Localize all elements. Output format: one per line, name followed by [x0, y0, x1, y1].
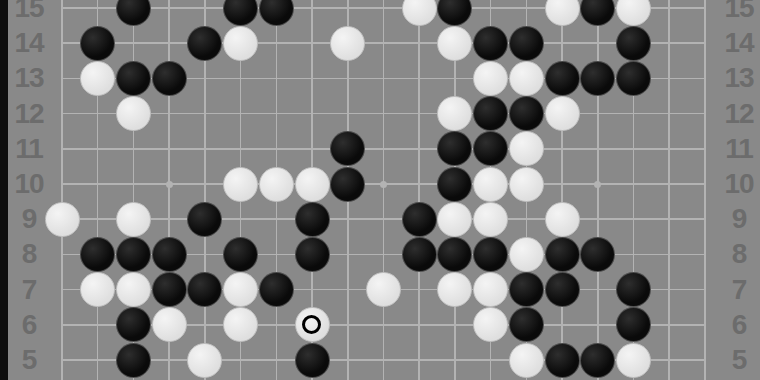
- stone-white-F6: [223, 307, 258, 342]
- stone-black-G15: [259, 0, 294, 26]
- stone-white-B13: [80, 61, 115, 96]
- stone-white-N6: [473, 307, 508, 342]
- grid-line-horizontal: [61, 42, 705, 44]
- stone-black-M11: [437, 131, 472, 166]
- stone-white-O8: [509, 237, 544, 272]
- stone-white-O11: [509, 131, 544, 166]
- row-label-right-15: 15: [718, 0, 760, 23]
- stone-black-F15: [223, 0, 258, 26]
- stone-black-H5: [295, 343, 330, 378]
- stone-black-D7: [152, 272, 187, 307]
- stone-black-N12: [473, 96, 508, 131]
- stone-black-O14: [509, 26, 544, 61]
- row-label-right-10: 10: [718, 169, 760, 199]
- grid-line-vertical: [418, 0, 420, 380]
- row-label-right-8: 8: [718, 239, 760, 269]
- row-label-right-7: 7: [718, 275, 760, 305]
- window-edge: [0, 0, 8, 380]
- row-label-left-8: 8: [8, 239, 50, 269]
- stone-black-R14: [616, 26, 651, 61]
- stone-white-M14: [437, 26, 472, 61]
- stone-black-C6: [116, 307, 151, 342]
- row-label-left-11: 11: [8, 134, 50, 164]
- stone-white-J14: [330, 26, 365, 61]
- stone-black-M10: [437, 167, 472, 202]
- stone-white-O13: [509, 61, 544, 96]
- grid-line-horizontal: [61, 148, 705, 150]
- row-label-right-5: 5: [718, 345, 760, 375]
- grid-line-vertical: [61, 0, 63, 380]
- stone-white-F7: [223, 272, 258, 307]
- stone-white-M7: [437, 272, 472, 307]
- stone-black-F8: [223, 237, 258, 272]
- app-window: 1515141413131212111110109988776655: [0, 0, 760, 380]
- stone-black-C8: [116, 237, 151, 272]
- stone-white-O10: [509, 167, 544, 202]
- row-label-right-13: 13: [718, 63, 760, 93]
- stone-white-C9: [116, 202, 151, 237]
- stone-white-P9: [545, 202, 580, 237]
- stone-black-P13: [545, 61, 580, 96]
- stone-black-G7: [259, 272, 294, 307]
- grid-line-vertical: [668, 0, 670, 380]
- stone-black-N8: [473, 237, 508, 272]
- stone-black-D13: [152, 61, 187, 96]
- stone-white-M9: [437, 202, 472, 237]
- grid-line-vertical: [383, 0, 385, 380]
- stone-white-L15: [402, 0, 437, 26]
- stone-black-H9: [295, 202, 330, 237]
- stone-black-C13: [116, 61, 151, 96]
- stone-white-N9: [473, 202, 508, 237]
- stone-black-R7: [616, 272, 651, 307]
- stone-black-Q5: [580, 343, 615, 378]
- stone-white-K7: [366, 272, 401, 307]
- stone-white-G10: [259, 167, 294, 202]
- row-label-left-9: 9: [8, 204, 50, 234]
- stone-white-H10: [295, 167, 330, 202]
- stone-black-B14: [80, 26, 115, 61]
- row-label-right-14: 14: [718, 28, 760, 58]
- row-label-left-6: 6: [8, 310, 50, 340]
- row-label-left-14: 14: [8, 28, 50, 58]
- stone-white-P12: [545, 96, 580, 131]
- grid-line-vertical: [704, 0, 706, 380]
- stone-black-C5: [116, 343, 151, 378]
- stone-black-D8: [152, 237, 187, 272]
- stone-black-B8: [80, 237, 115, 272]
- row-label-left-13: 13: [8, 63, 50, 93]
- grid-line-vertical: [597, 0, 599, 380]
- stone-black-Q8: [580, 237, 615, 272]
- stone-black-N11: [473, 131, 508, 166]
- grid-line-vertical: [561, 0, 563, 380]
- row-label-left-15: 15: [8, 0, 50, 23]
- stone-black-P7: [545, 272, 580, 307]
- row-label-right-12: 12: [718, 99, 760, 129]
- stone-white-P15: [545, 0, 580, 26]
- row-label-right-9: 9: [718, 204, 760, 234]
- stone-black-M8: [437, 237, 472, 272]
- stone-black-C15: [116, 0, 151, 26]
- grid-line-horizontal: [61, 113, 705, 115]
- stone-black-M15: [437, 0, 472, 26]
- stone-black-L9: [402, 202, 437, 237]
- stone-black-P5: [545, 343, 580, 378]
- row-label-left-12: 12: [8, 99, 50, 129]
- stone-white-M12: [437, 96, 472, 131]
- stone-black-J11: [330, 131, 365, 166]
- stone-black-J10: [330, 167, 365, 202]
- row-label-right-6: 6: [718, 310, 760, 340]
- last-move-circle-marker: [302, 315, 321, 334]
- stone-white-C7: [116, 272, 151, 307]
- stone-black-E9: [187, 202, 222, 237]
- stone-black-E14: [187, 26, 222, 61]
- stone-white-F14: [223, 26, 258, 61]
- stone-white-B7: [80, 272, 115, 307]
- stone-white-R5: [616, 343, 651, 378]
- stone-white-N10: [473, 167, 508, 202]
- stone-white-A9: [45, 202, 80, 237]
- stone-black-P8: [545, 237, 580, 272]
- stone-black-O6: [509, 307, 544, 342]
- stone-white-N13: [473, 61, 508, 96]
- stone-black-R13: [616, 61, 651, 96]
- stone-white-H6: [295, 307, 330, 342]
- stone-white-F10: [223, 167, 258, 202]
- stone-black-Q13: [580, 61, 615, 96]
- star-point: [594, 181, 601, 188]
- stone-black-Q15: [580, 0, 615, 26]
- row-label-right-11: 11: [718, 134, 760, 164]
- row-label-left-5: 5: [8, 345, 50, 375]
- stone-black-N14: [473, 26, 508, 61]
- row-label-left-7: 7: [8, 275, 50, 305]
- stone-black-L8: [402, 237, 437, 272]
- star-point: [166, 181, 173, 188]
- grid-line-horizontal: [61, 218, 705, 220]
- stone-black-E7: [187, 272, 222, 307]
- stone-white-D6: [152, 307, 187, 342]
- stone-black-H8: [295, 237, 330, 272]
- stone-white-R15: [616, 0, 651, 26]
- row-label-left-10: 10: [8, 169, 50, 199]
- stone-white-C12: [116, 96, 151, 131]
- star-point: [380, 181, 387, 188]
- stone-black-O12: [509, 96, 544, 131]
- stone-white-N7: [473, 272, 508, 307]
- stone-black-O7: [509, 272, 544, 307]
- stone-black-R6: [616, 307, 651, 342]
- stone-white-E5: [187, 343, 222, 378]
- stone-white-O5: [509, 343, 544, 378]
